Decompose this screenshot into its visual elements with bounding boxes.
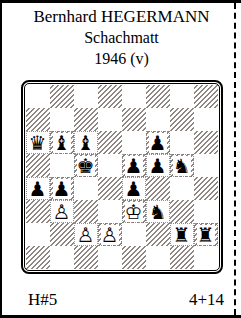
square-c7 — [74, 108, 98, 131]
black-rook: ♜ — [173, 224, 191, 246]
square-c1 — [74, 246, 98, 269]
black-bishop: ♝ — [53, 132, 71, 154]
square-a6: ♛ — [26, 131, 50, 154]
square-h7 — [194, 108, 218, 131]
square-h6 — [194, 131, 218, 154]
square-g4 — [170, 177, 194, 200]
square-d2: ♙ — [98, 223, 122, 246]
black-bishop: ♝ — [77, 132, 95, 154]
square-g6 — [170, 131, 194, 154]
material-count: 4+14 — [189, 290, 224, 310]
square-c5: ♚ — [74, 154, 98, 177]
square-d5 — [98, 154, 122, 177]
square-d1 — [98, 246, 122, 269]
square-b4: ♟ — [50, 177, 74, 200]
square-h2: ♜ — [194, 223, 218, 246]
author-name: Bernhard HEGERMANN — [2, 6, 241, 27]
board-frame: ♛♝♝♟♚♟♟♞♟♟♟♙♔♞♙♙♜♜ — [21, 80, 223, 274]
square-c8 — [74, 85, 98, 108]
square-h8 — [194, 85, 218, 108]
black-rook: ♜ — [197, 224, 215, 246]
square-f1 — [146, 246, 170, 269]
square-d3 — [98, 200, 122, 223]
square-a2 — [26, 223, 50, 246]
square-b3: ♙ — [50, 200, 74, 223]
square-b1 — [50, 246, 74, 269]
square-h1 — [194, 246, 218, 269]
square-g8 — [170, 85, 194, 108]
square-c4 — [74, 177, 98, 200]
square-c2: ♙ — [74, 223, 98, 246]
chess-board: ♛♝♝♟♚♟♟♞♟♟♟♙♔♞♙♙♜♜ — [26, 85, 218, 269]
problem-caption: H#5 4+14 — [28, 290, 224, 310]
square-h3 — [194, 200, 218, 223]
square-d7 — [98, 108, 122, 131]
square-g1 — [170, 246, 194, 269]
square-f2 — [146, 223, 170, 246]
problem-header: Bernhard HEGERMANN Schachmatt 1946 (v) — [2, 3, 241, 69]
problem-year: 1946 (v) — [2, 48, 241, 69]
square-c6: ♝ — [74, 131, 98, 154]
white-king: ♔ — [125, 201, 143, 223]
square-g2: ♜ — [170, 223, 194, 246]
black-pawn: ♟ — [125, 155, 143, 177]
square-f4 — [146, 177, 170, 200]
square-f8 — [146, 85, 170, 108]
black-pawn: ♟ — [53, 178, 71, 200]
black-pawn: ♟ — [149, 132, 167, 154]
square-g3 — [170, 200, 194, 223]
black-pawn: ♟ — [125, 178, 143, 200]
white-pawn: ♙ — [101, 224, 119, 246]
square-f6: ♟ — [146, 131, 170, 154]
dashed-cut-line — [234, 3, 236, 315]
square-a7 — [26, 108, 50, 131]
square-a1 — [26, 246, 50, 269]
problem-page: Bernhard HEGERMANN Schachmatt 1946 (v) ♛… — [0, 0, 241, 318]
square-b2 — [50, 223, 74, 246]
square-f7 — [146, 108, 170, 131]
black-queen: ♛ — [29, 132, 47, 154]
square-d4 — [98, 177, 122, 200]
square-a4: ♟ — [26, 177, 50, 200]
square-b8 — [50, 85, 74, 108]
problem-title: Schachmatt — [2, 27, 241, 48]
black-pawn: ♟ — [149, 155, 167, 177]
black-pawn: ♟ — [29, 178, 47, 200]
white-pawn: ♙ — [77, 224, 95, 246]
square-g7 — [170, 108, 194, 131]
square-e7 — [122, 108, 146, 131]
square-a8 — [26, 85, 50, 108]
square-b5 — [50, 154, 74, 177]
white-pawn: ♙ — [53, 201, 71, 223]
square-b6: ♝ — [50, 131, 74, 154]
square-e2 — [122, 223, 146, 246]
square-b7 — [50, 108, 74, 131]
stipulation: H#5 — [28, 290, 57, 310]
square-e1 — [122, 246, 146, 269]
square-h4 — [194, 177, 218, 200]
black-king: ♚ — [77, 155, 95, 177]
square-c3 — [74, 200, 98, 223]
square-h5 — [194, 154, 218, 177]
square-d8 — [98, 85, 122, 108]
black-knight: ♞ — [149, 201, 167, 223]
black-knight: ♞ — [173, 155, 191, 177]
square-f5: ♟ — [146, 154, 170, 177]
square-a5 — [26, 154, 50, 177]
board-frame-inner: ♛♝♝♟♚♟♟♞♟♟♟♙♔♞♙♙♜♜ — [24, 83, 220, 271]
square-e8 — [122, 85, 146, 108]
square-e3: ♔ — [122, 200, 146, 223]
square-e4: ♟ — [122, 177, 146, 200]
square-d6 — [98, 131, 122, 154]
square-g5: ♞ — [170, 154, 194, 177]
square-a3 — [26, 200, 50, 223]
square-e5: ♟ — [122, 154, 146, 177]
square-e6 — [122, 131, 146, 154]
square-f3: ♞ — [146, 200, 170, 223]
